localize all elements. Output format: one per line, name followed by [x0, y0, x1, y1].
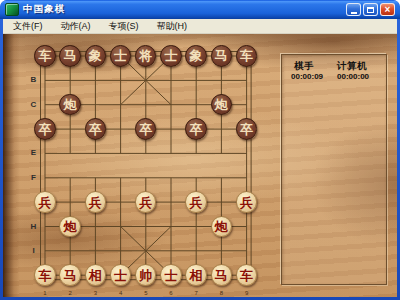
- point-6J[interactable]: 士: [158, 263, 183, 287]
- red-piece[interactable]: 车: [34, 264, 56, 286]
- point-8J[interactable]: 马: [209, 263, 234, 287]
- red-piece[interactable]: 士: [110, 264, 132, 286]
- point-8C[interactable]: 炮: [209, 92, 234, 116]
- col-label: 1: [42, 290, 49, 296]
- black-piece[interactable]: 将: [135, 45, 157, 67]
- black-piece[interactable]: 士: [160, 45, 182, 67]
- player-time: 00:00:09: [291, 72, 323, 81]
- point-5J[interactable]: 帅: [133, 263, 158, 287]
- point-8G[interactable]: [209, 190, 234, 214]
- point-7D[interactable]: 卒: [184, 117, 209, 141]
- col-label: 3: [92, 290, 99, 296]
- point-3A[interactable]: 象: [83, 44, 108, 68]
- point-9C[interactable]: [234, 92, 259, 116]
- red-piece[interactable]: 炮: [59, 216, 81, 238]
- app-window: 中国象棋 × 文件(F) 动作(A) 专项(S) 帮助(H) A B C D E: [0, 0, 400, 300]
- point-9D[interactable]: 卒: [234, 117, 259, 141]
- point-3I[interactable]: [83, 239, 108, 263]
- point-4H[interactable]: [108, 214, 133, 238]
- red-piece[interactable]: 帅: [135, 264, 157, 286]
- point-2I[interactable]: [58, 239, 83, 263]
- point-9H[interactable]: [234, 214, 259, 238]
- point-9J[interactable]: 车: [234, 263, 259, 287]
- point-2H[interactable]: 炮: [58, 214, 83, 238]
- point-9F[interactable]: [234, 166, 259, 190]
- red-piece[interactable]: 相: [85, 264, 107, 286]
- maximize-button[interactable]: [363, 3, 378, 16]
- menu-help[interactable]: 帮助(H): [149, 19, 196, 34]
- point-7I[interactable]: [184, 239, 209, 263]
- red-piece[interactable]: 兵: [135, 191, 157, 213]
- col-label: 6: [168, 290, 175, 296]
- point-8I[interactable]: [209, 239, 234, 263]
- black-piece[interactable]: 卒: [34, 118, 56, 140]
- point-6C[interactable]: [158, 92, 183, 116]
- point-8E[interactable]: [209, 141, 234, 165]
- point-4D[interactable]: [108, 117, 133, 141]
- point-5D[interactable]: 卒: [133, 117, 158, 141]
- black-piece[interactable]: 炮: [211, 94, 233, 116]
- point-2C[interactable]: 炮: [58, 92, 83, 116]
- point-6D[interactable]: [158, 117, 183, 141]
- red-piece[interactable]: 马: [211, 264, 233, 286]
- point-3E[interactable]: [83, 141, 108, 165]
- point-7J[interactable]: 相: [184, 263, 209, 287]
- point-7H[interactable]: [184, 214, 209, 238]
- point-3C[interactable]: [83, 92, 108, 116]
- point-8D[interactable]: [209, 117, 234, 141]
- point-6B[interactable]: [158, 68, 183, 92]
- move-list[interactable]: [286, 85, 382, 280]
- point-4A[interactable]: 士: [108, 44, 133, 68]
- point-4E[interactable]: [108, 141, 133, 165]
- game-area: A B C D E F G H I J 1 2 3 4 5 6 7 8 9 车马…: [3, 34, 397, 297]
- point-8H[interactable]: 炮: [209, 214, 234, 238]
- point-5B[interactable]: [133, 68, 158, 92]
- point-9B[interactable]: [234, 68, 259, 92]
- computer-time: 00:00:00: [337, 72, 369, 81]
- menu-options[interactable]: 专项(S): [101, 19, 147, 34]
- col-label: 7: [193, 290, 200, 296]
- black-piece[interactable]: 卒: [185, 118, 207, 140]
- point-4G[interactable]: [108, 190, 133, 214]
- black-piece[interactable]: 象: [185, 45, 207, 67]
- black-piece[interactable]: 士: [110, 45, 132, 67]
- close-button[interactable]: ×: [380, 3, 395, 16]
- col-label: 2: [67, 290, 74, 296]
- point-1J[interactable]: 车: [32, 263, 57, 287]
- point-3H[interactable]: [83, 214, 108, 238]
- menu-action[interactable]: 动作(A): [53, 19, 99, 34]
- menu-bar: 文件(F) 动作(A) 专项(S) 帮助(H): [3, 19, 397, 34]
- point-5H[interactable]: [133, 214, 158, 238]
- window-title: 中国象棋: [23, 3, 65, 16]
- point-4C[interactable]: [108, 92, 133, 116]
- point-1E[interactable]: [32, 141, 57, 165]
- point-1A[interactable]: 车: [32, 44, 57, 68]
- red-piece[interactable]: 兵: [85, 191, 107, 213]
- col-label: 9: [243, 290, 250, 296]
- black-piece[interactable]: 马: [211, 45, 233, 67]
- point-1I[interactable]: [32, 239, 57, 263]
- black-piece[interactable]: 马: [59, 45, 81, 67]
- point-7E[interactable]: [184, 141, 209, 165]
- close-icon: ×: [385, 4, 391, 15]
- point-2A[interactable]: 马: [58, 44, 83, 68]
- red-piece[interactable]: 车: [236, 264, 258, 286]
- point-7F[interactable]: [184, 166, 209, 190]
- point-7B[interactable]: [184, 68, 209, 92]
- point-2F[interactable]: [58, 166, 83, 190]
- point-2D[interactable]: [58, 117, 83, 141]
- minimize-icon: [351, 12, 357, 14]
- point-2E[interactable]: [58, 141, 83, 165]
- point-3D[interactable]: 卒: [83, 117, 108, 141]
- point-7A[interactable]: 象: [184, 44, 209, 68]
- point-9I[interactable]: [234, 239, 259, 263]
- black-piece[interactable]: 卒: [236, 118, 258, 140]
- red-piece[interactable]: 马: [59, 264, 81, 286]
- red-piece[interactable]: 兵: [236, 191, 258, 213]
- menu-file[interactable]: 文件(F): [5, 19, 51, 34]
- point-3F[interactable]: [83, 166, 108, 190]
- title-bar[interactable]: 中国象棋 ×: [0, 0, 400, 19]
- point-1B[interactable]: [32, 68, 57, 92]
- col-label: 5: [142, 290, 149, 296]
- point-8A[interactable]: 马: [209, 44, 234, 68]
- black-piece[interactable]: 卒: [85, 118, 107, 140]
- point-3J[interactable]: 相: [83, 263, 108, 287]
- point-4F[interactable]: [108, 166, 133, 190]
- point-4B[interactable]: [108, 68, 133, 92]
- app-icon: [5, 3, 19, 16]
- black-piece[interactable]: 卒: [135, 118, 157, 140]
- point-5G[interactable]: 兵: [133, 190, 158, 214]
- point-5C[interactable]: [133, 92, 158, 116]
- maximize-icon: [367, 7, 374, 13]
- point-6I[interactable]: [158, 239, 183, 263]
- point-1D[interactable]: 卒: [32, 117, 57, 141]
- point-1G[interactable]: 兵: [32, 190, 57, 214]
- black-piece[interactable]: 炮: [59, 94, 81, 116]
- point-3G[interactable]: 兵: [83, 190, 108, 214]
- xiangqi-board[interactable]: 车马象士将士象马车炮炮卒卒卒卒卒兵兵兵兵兵炮炮车马相士帅士相马车: [32, 44, 259, 287]
- col-label: 4: [117, 290, 124, 296]
- point-9G[interactable]: 兵: [234, 190, 259, 214]
- black-piece[interactable]: 象: [85, 45, 107, 67]
- red-piece[interactable]: 兵: [34, 191, 56, 213]
- red-piece[interactable]: 士: [160, 264, 182, 286]
- black-piece[interactable]: 车: [34, 45, 56, 67]
- point-1F[interactable]: [32, 166, 57, 190]
- point-6E[interactable]: [158, 141, 183, 165]
- col-label: 8: [218, 290, 225, 296]
- point-4J[interactable]: 士: [108, 263, 133, 287]
- red-piece[interactable]: 相: [185, 264, 207, 286]
- point-4I[interactable]: [108, 239, 133, 263]
- point-6A[interactable]: 士: [158, 44, 183, 68]
- info-panel: 棋手 计算机 00:00:09 00:00:00: [281, 54, 387, 285]
- point-2G[interactable]: [58, 190, 83, 214]
- point-6H[interactable]: [158, 214, 183, 238]
- point-5E[interactable]: [133, 141, 158, 165]
- point-8F[interactable]: [209, 166, 234, 190]
- point-1H[interactable]: [32, 214, 57, 238]
- point-3B[interactable]: [83, 68, 108, 92]
- point-7G[interactable]: 兵: [184, 190, 209, 214]
- point-6G[interactable]: [158, 190, 183, 214]
- red-piece[interactable]: 炮: [211, 216, 233, 238]
- point-9E[interactable]: [234, 141, 259, 165]
- red-piece[interactable]: 兵: [185, 191, 207, 213]
- point-7C[interactable]: [184, 92, 209, 116]
- point-2J[interactable]: 马: [58, 263, 83, 287]
- point-5A[interactable]: 将: [133, 44, 158, 68]
- point-1C[interactable]: [32, 92, 57, 116]
- point-5I[interactable]: [133, 239, 158, 263]
- point-8B[interactable]: [209, 68, 234, 92]
- point-2B[interactable]: [58, 68, 83, 92]
- minimize-button[interactable]: [346, 3, 361, 16]
- point-5F[interactable]: [133, 166, 158, 190]
- black-piece[interactable]: 车: [236, 45, 258, 67]
- point-6F[interactable]: [158, 166, 183, 190]
- point-9A[interactable]: 车: [234, 44, 259, 68]
